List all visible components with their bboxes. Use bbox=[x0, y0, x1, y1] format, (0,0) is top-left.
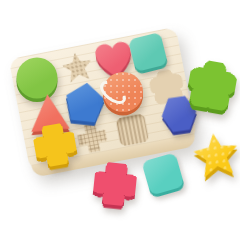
pink-cross-top bbox=[92, 161, 138, 207]
green-flower-top bbox=[185, 58, 239, 112]
piece-teal-cube-loose[interactable] bbox=[141, 152, 184, 195]
piece-yellow-cross[interactable] bbox=[31, 121, 78, 168]
yellow-cross-top bbox=[31, 121, 78, 168]
piece-green-flower[interactable] bbox=[185, 58, 239, 112]
piece-yellow-star[interactable] bbox=[189, 128, 240, 181]
piece-pink-cross[interactable] bbox=[92, 161, 138, 207]
scene bbox=[0, 0, 240, 240]
pieces-layer bbox=[0, 0, 240, 240]
piece-teal-cube[interactable] bbox=[128, 32, 168, 72]
